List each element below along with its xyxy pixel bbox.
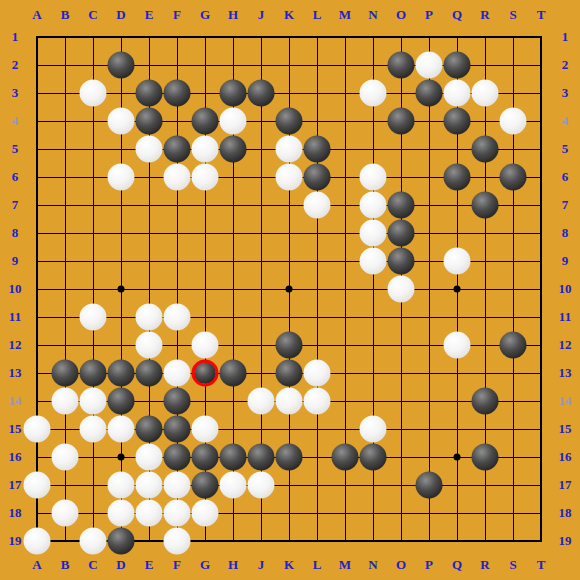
intersection-A17[interactable]	[23, 471, 51, 499]
intersection-G14[interactable]	[191, 387, 219, 415]
intersection-K19[interactable]	[275, 527, 303, 555]
intersection-M17[interactable]	[331, 471, 359, 499]
intersection-F12[interactable]	[163, 331, 191, 359]
intersection-M18[interactable]	[331, 499, 359, 527]
intersection-M12[interactable]	[331, 331, 359, 359]
intersection-T5[interactable]	[527, 135, 555, 163]
intersection-L8[interactable]	[303, 219, 331, 247]
intersection-P8[interactable]	[415, 219, 443, 247]
intersection-S8[interactable]	[499, 219, 527, 247]
intersection-C18[interactable]	[79, 499, 107, 527]
intersection-G10[interactable]	[191, 275, 219, 303]
intersection-Q15[interactable]	[443, 415, 471, 443]
intersection-S1[interactable]	[499, 23, 527, 51]
intersection-T7[interactable]	[527, 191, 555, 219]
intersection-R11[interactable]	[471, 303, 499, 331]
intersection-L2[interactable]	[303, 51, 331, 79]
intersection-C15[interactable]	[79, 415, 107, 443]
intersection-P18[interactable]	[415, 499, 443, 527]
intersection-F11[interactable]	[163, 303, 191, 331]
intersection-P16[interactable]	[415, 443, 443, 471]
intersection-N19[interactable]	[359, 527, 387, 555]
intersection-F3[interactable]	[163, 79, 191, 107]
intersection-K3[interactable]	[275, 79, 303, 107]
intersection-P12[interactable]	[415, 331, 443, 359]
intersection-Q4[interactable]	[443, 107, 471, 135]
intersection-P10[interactable]	[415, 275, 443, 303]
intersection-K2[interactable]	[275, 51, 303, 79]
intersection-G7[interactable]	[191, 191, 219, 219]
intersection-A12[interactable]	[23, 331, 51, 359]
intersection-J3[interactable]	[247, 79, 275, 107]
intersection-A10[interactable]	[23, 275, 51, 303]
intersection-A13[interactable]	[23, 359, 51, 387]
intersection-P6[interactable]	[415, 163, 443, 191]
intersection-Q11[interactable]	[443, 303, 471, 331]
intersection-S6[interactable]	[499, 163, 527, 191]
intersection-F19[interactable]	[163, 527, 191, 555]
intersection-J5[interactable]	[247, 135, 275, 163]
intersection-L11[interactable]	[303, 303, 331, 331]
intersection-A11[interactable]	[23, 303, 51, 331]
intersection-A6[interactable]	[23, 163, 51, 191]
intersection-L4[interactable]	[303, 107, 331, 135]
intersection-O12[interactable]	[387, 331, 415, 359]
intersection-E5[interactable]	[135, 135, 163, 163]
intersection-Q2[interactable]	[443, 51, 471, 79]
intersection-F7[interactable]	[163, 191, 191, 219]
intersection-L12[interactable]	[303, 331, 331, 359]
intersection-R5[interactable]	[471, 135, 499, 163]
intersection-E13[interactable]	[135, 359, 163, 387]
intersection-Q7[interactable]	[443, 191, 471, 219]
intersection-S12[interactable]	[499, 331, 527, 359]
intersection-J9[interactable]	[247, 247, 275, 275]
intersection-D18[interactable]	[107, 499, 135, 527]
intersection-S4[interactable]	[499, 107, 527, 135]
intersection-N5[interactable]	[359, 135, 387, 163]
intersection-L5[interactable]	[303, 135, 331, 163]
intersection-T12[interactable]	[527, 331, 555, 359]
intersection-M4[interactable]	[331, 107, 359, 135]
intersection-Q16[interactable]	[443, 443, 471, 471]
intersection-T9[interactable]	[527, 247, 555, 275]
intersection-K15[interactable]	[275, 415, 303, 443]
intersection-B13[interactable]	[51, 359, 79, 387]
intersection-D6[interactable]	[107, 163, 135, 191]
intersection-E6[interactable]	[135, 163, 163, 191]
intersection-B19[interactable]	[51, 527, 79, 555]
intersection-F16[interactable]	[163, 443, 191, 471]
intersection-D11[interactable]	[107, 303, 135, 331]
intersection-D17[interactable]	[107, 471, 135, 499]
intersection-R13[interactable]	[471, 359, 499, 387]
intersection-E1[interactable]	[135, 23, 163, 51]
intersection-A4[interactable]	[23, 107, 51, 135]
intersection-T3[interactable]	[527, 79, 555, 107]
intersection-O11[interactable]	[387, 303, 415, 331]
intersection-M3[interactable]	[331, 79, 359, 107]
intersection-L18[interactable]	[303, 499, 331, 527]
intersection-S11[interactable]	[499, 303, 527, 331]
intersection-N1[interactable]	[359, 23, 387, 51]
intersection-L16[interactable]	[303, 443, 331, 471]
intersection-E15[interactable]	[135, 415, 163, 443]
intersection-J2[interactable]	[247, 51, 275, 79]
intersection-P9[interactable]	[415, 247, 443, 275]
intersection-R18[interactable]	[471, 499, 499, 527]
intersection-D15[interactable]	[107, 415, 135, 443]
intersection-F4[interactable]	[163, 107, 191, 135]
intersection-C4[interactable]	[79, 107, 107, 135]
intersection-F18[interactable]	[163, 499, 191, 527]
intersection-E2[interactable]	[135, 51, 163, 79]
intersection-S15[interactable]	[499, 415, 527, 443]
intersection-R7[interactable]	[471, 191, 499, 219]
intersection-B11[interactable]	[51, 303, 79, 331]
intersection-T16[interactable]	[527, 443, 555, 471]
intersection-J15[interactable]	[247, 415, 275, 443]
intersection-T19[interactable]	[527, 527, 555, 555]
intersection-J11[interactable]	[247, 303, 275, 331]
intersection-T15[interactable]	[527, 415, 555, 443]
intersection-B5[interactable]	[51, 135, 79, 163]
intersection-C9[interactable]	[79, 247, 107, 275]
intersection-B7[interactable]	[51, 191, 79, 219]
intersection-J6[interactable]	[247, 163, 275, 191]
intersection-L7[interactable]	[303, 191, 331, 219]
intersection-Q18[interactable]	[443, 499, 471, 527]
intersection-P5[interactable]	[415, 135, 443, 163]
intersection-M6[interactable]	[331, 163, 359, 191]
intersection-G17[interactable]	[191, 471, 219, 499]
intersection-Q14[interactable]	[443, 387, 471, 415]
intersection-H10[interactable]	[219, 275, 247, 303]
intersection-H4[interactable]	[219, 107, 247, 135]
intersection-K10[interactable]	[275, 275, 303, 303]
intersection-D14[interactable]	[107, 387, 135, 415]
intersection-H15[interactable]	[219, 415, 247, 443]
intersection-K13[interactable]	[275, 359, 303, 387]
intersection-H11[interactable]	[219, 303, 247, 331]
intersection-F15[interactable]	[163, 415, 191, 443]
intersection-O4[interactable]	[387, 107, 415, 135]
intersection-D8[interactable]	[107, 219, 135, 247]
intersection-K5[interactable]	[275, 135, 303, 163]
intersection-B15[interactable]	[51, 415, 79, 443]
intersection-O6[interactable]	[387, 163, 415, 191]
intersection-K1[interactable]	[275, 23, 303, 51]
intersection-D19[interactable]	[107, 527, 135, 555]
intersection-A14[interactable]	[23, 387, 51, 415]
intersection-K16[interactable]	[275, 443, 303, 471]
intersection-A7[interactable]	[23, 191, 51, 219]
intersection-L17[interactable]	[303, 471, 331, 499]
intersection-C7[interactable]	[79, 191, 107, 219]
intersection-B18[interactable]	[51, 499, 79, 527]
intersection-K18[interactable]	[275, 499, 303, 527]
intersection-L14[interactable]	[303, 387, 331, 415]
intersection-J8[interactable]	[247, 219, 275, 247]
intersection-G3[interactable]	[191, 79, 219, 107]
intersection-E16[interactable]	[135, 443, 163, 471]
intersection-P7[interactable]	[415, 191, 443, 219]
intersection-R2[interactable]	[471, 51, 499, 79]
intersection-Q13[interactable]	[443, 359, 471, 387]
intersection-T14[interactable]	[527, 387, 555, 415]
intersection-Q10[interactable]	[443, 275, 471, 303]
intersection-O16[interactable]	[387, 443, 415, 471]
intersection-N3[interactable]	[359, 79, 387, 107]
intersection-N4[interactable]	[359, 107, 387, 135]
intersection-E18[interactable]	[135, 499, 163, 527]
intersection-A8[interactable]	[23, 219, 51, 247]
intersection-D10[interactable]	[107, 275, 135, 303]
intersection-N6[interactable]	[359, 163, 387, 191]
intersection-Q6[interactable]	[443, 163, 471, 191]
intersection-T1[interactable]	[527, 23, 555, 51]
intersection-G5[interactable]	[191, 135, 219, 163]
intersection-L13[interactable]	[303, 359, 331, 387]
intersection-M2[interactable]	[331, 51, 359, 79]
intersection-M14[interactable]	[331, 387, 359, 415]
intersection-N13[interactable]	[359, 359, 387, 387]
intersection-O9[interactable]	[387, 247, 415, 275]
intersection-R8[interactable]	[471, 219, 499, 247]
intersection-C11[interactable]	[79, 303, 107, 331]
intersection-M19[interactable]	[331, 527, 359, 555]
intersection-O14[interactable]	[387, 387, 415, 415]
intersection-G6[interactable]	[191, 163, 219, 191]
intersection-N10[interactable]	[359, 275, 387, 303]
intersection-P11[interactable]	[415, 303, 443, 331]
intersection-H1[interactable]	[219, 23, 247, 51]
intersection-N16[interactable]	[359, 443, 387, 471]
intersection-D13[interactable]	[107, 359, 135, 387]
intersection-K8[interactable]	[275, 219, 303, 247]
intersection-E10[interactable]	[135, 275, 163, 303]
intersection-J1[interactable]	[247, 23, 275, 51]
intersection-O1[interactable]	[387, 23, 415, 51]
intersection-E4[interactable]	[135, 107, 163, 135]
intersection-B6[interactable]	[51, 163, 79, 191]
intersection-D2[interactable]	[107, 51, 135, 79]
intersection-K14[interactable]	[275, 387, 303, 415]
intersection-S10[interactable]	[499, 275, 527, 303]
intersection-E17[interactable]	[135, 471, 163, 499]
intersection-E7[interactable]	[135, 191, 163, 219]
intersection-G2[interactable]	[191, 51, 219, 79]
intersection-B12[interactable]	[51, 331, 79, 359]
intersection-G1[interactable]	[191, 23, 219, 51]
intersection-N17[interactable]	[359, 471, 387, 499]
intersection-A15[interactable]	[23, 415, 51, 443]
intersection-A9[interactable]	[23, 247, 51, 275]
intersection-M5[interactable]	[331, 135, 359, 163]
intersection-S19[interactable]	[499, 527, 527, 555]
intersection-F8[interactable]	[163, 219, 191, 247]
intersection-J12[interactable]	[247, 331, 275, 359]
intersection-M8[interactable]	[331, 219, 359, 247]
intersection-H18[interactable]	[219, 499, 247, 527]
intersection-Q8[interactable]	[443, 219, 471, 247]
intersection-J13[interactable]	[247, 359, 275, 387]
intersection-O13[interactable]	[387, 359, 415, 387]
intersection-R3[interactable]	[471, 79, 499, 107]
intersection-J16[interactable]	[247, 443, 275, 471]
intersection-S14[interactable]	[499, 387, 527, 415]
intersection-T11[interactable]	[527, 303, 555, 331]
intersection-D12[interactable]	[107, 331, 135, 359]
intersection-G11[interactable]	[191, 303, 219, 331]
intersection-K4[interactable]	[275, 107, 303, 135]
intersection-F17[interactable]	[163, 471, 191, 499]
intersection-A19[interactable]	[23, 527, 51, 555]
intersection-G9[interactable]	[191, 247, 219, 275]
intersection-J4[interactable]	[247, 107, 275, 135]
intersection-R9[interactable]	[471, 247, 499, 275]
intersection-T10[interactable]	[527, 275, 555, 303]
intersection-R14[interactable]	[471, 387, 499, 415]
intersection-D7[interactable]	[107, 191, 135, 219]
intersection-N18[interactable]	[359, 499, 387, 527]
intersection-H6[interactable]	[219, 163, 247, 191]
intersection-J19[interactable]	[247, 527, 275, 555]
intersection-J10[interactable]	[247, 275, 275, 303]
intersection-P2[interactable]	[415, 51, 443, 79]
intersection-M11[interactable]	[331, 303, 359, 331]
intersection-P17[interactable]	[415, 471, 443, 499]
intersection-B9[interactable]	[51, 247, 79, 275]
intersection-Q19[interactable]	[443, 527, 471, 555]
intersection-H13[interactable]	[219, 359, 247, 387]
intersection-R15[interactable]	[471, 415, 499, 443]
intersection-A2[interactable]	[23, 51, 51, 79]
intersection-Q5[interactable]	[443, 135, 471, 163]
intersection-O3[interactable]	[387, 79, 415, 107]
intersection-D9[interactable]	[107, 247, 135, 275]
intersection-B3[interactable]	[51, 79, 79, 107]
intersection-F1[interactable]	[163, 23, 191, 51]
intersection-M10[interactable]	[331, 275, 359, 303]
intersection-F13[interactable]	[163, 359, 191, 387]
intersection-P1[interactable]	[415, 23, 443, 51]
intersection-B17[interactable]	[51, 471, 79, 499]
intersection-D4[interactable]	[107, 107, 135, 135]
intersection-G15[interactable]	[191, 415, 219, 443]
intersection-H3[interactable]	[219, 79, 247, 107]
intersection-F10[interactable]	[163, 275, 191, 303]
intersection-G4[interactable]	[191, 107, 219, 135]
intersection-C5[interactable]	[79, 135, 107, 163]
intersection-G8[interactable]	[191, 219, 219, 247]
intersection-C14[interactable]	[79, 387, 107, 415]
intersection-T6[interactable]	[527, 163, 555, 191]
intersection-S17[interactable]	[499, 471, 527, 499]
intersection-H8[interactable]	[219, 219, 247, 247]
intersection-P3[interactable]	[415, 79, 443, 107]
intersection-Q12[interactable]	[443, 331, 471, 359]
intersection-O2[interactable]	[387, 51, 415, 79]
intersection-K7[interactable]	[275, 191, 303, 219]
intersection-S3[interactable]	[499, 79, 527, 107]
intersection-M13[interactable]	[331, 359, 359, 387]
intersection-S2[interactable]	[499, 51, 527, 79]
intersection-O17[interactable]	[387, 471, 415, 499]
intersection-D5[interactable]	[107, 135, 135, 163]
intersection-A3[interactable]	[23, 79, 51, 107]
intersection-C16[interactable]	[79, 443, 107, 471]
intersection-S13[interactable]	[499, 359, 527, 387]
intersection-M9[interactable]	[331, 247, 359, 275]
intersection-E14[interactable]	[135, 387, 163, 415]
intersection-L6[interactable]	[303, 163, 331, 191]
intersection-N15[interactable]	[359, 415, 387, 443]
intersection-L3[interactable]	[303, 79, 331, 107]
intersection-A18[interactable]	[23, 499, 51, 527]
intersection-L19[interactable]	[303, 527, 331, 555]
intersection-N2[interactable]	[359, 51, 387, 79]
intersection-S18[interactable]	[499, 499, 527, 527]
intersection-Q1[interactable]	[443, 23, 471, 51]
intersection-B8[interactable]	[51, 219, 79, 247]
intersection-F14[interactable]	[163, 387, 191, 415]
intersection-L9[interactable]	[303, 247, 331, 275]
intersection-H2[interactable]	[219, 51, 247, 79]
intersection-Q9[interactable]	[443, 247, 471, 275]
intersection-Q3[interactable]	[443, 79, 471, 107]
intersection-P13[interactable]	[415, 359, 443, 387]
intersection-L10[interactable]	[303, 275, 331, 303]
intersection-O7[interactable]	[387, 191, 415, 219]
intersection-M15[interactable]	[331, 415, 359, 443]
intersection-T17[interactable]	[527, 471, 555, 499]
intersection-O10[interactable]	[387, 275, 415, 303]
intersection-K12[interactable]	[275, 331, 303, 359]
intersection-A5[interactable]	[23, 135, 51, 163]
intersection-F2[interactable]	[163, 51, 191, 79]
intersection-L1[interactable]	[303, 23, 331, 51]
intersection-A16[interactable]	[23, 443, 51, 471]
intersection-L15[interactable]	[303, 415, 331, 443]
intersection-D16[interactable]	[107, 443, 135, 471]
intersection-N11[interactable]	[359, 303, 387, 331]
intersection-E19[interactable]	[135, 527, 163, 555]
intersection-B4[interactable]	[51, 107, 79, 135]
intersection-J18[interactable]	[247, 499, 275, 527]
intersection-H19[interactable]	[219, 527, 247, 555]
intersection-A1[interactable]	[23, 23, 51, 51]
intersection-H9[interactable]	[219, 247, 247, 275]
intersection-B10[interactable]	[51, 275, 79, 303]
intersection-D3[interactable]	[107, 79, 135, 107]
intersection-C17[interactable]	[79, 471, 107, 499]
intersection-H5[interactable]	[219, 135, 247, 163]
intersection-B14[interactable]	[51, 387, 79, 415]
intersection-R10[interactable]	[471, 275, 499, 303]
intersection-M7[interactable]	[331, 191, 359, 219]
intersection-K11[interactable]	[275, 303, 303, 331]
intersection-S5[interactable]	[499, 135, 527, 163]
intersection-H14[interactable]	[219, 387, 247, 415]
intersection-P15[interactable]	[415, 415, 443, 443]
intersection-F9[interactable]	[163, 247, 191, 275]
intersection-M16[interactable]	[331, 443, 359, 471]
intersection-E8[interactable]	[135, 219, 163, 247]
intersection-N7[interactable]	[359, 191, 387, 219]
intersection-C13[interactable]	[79, 359, 107, 387]
intersection-S7[interactable]	[499, 191, 527, 219]
